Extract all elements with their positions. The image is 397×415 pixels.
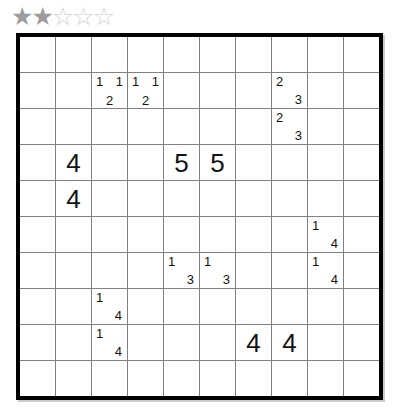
cell-r6c2[interactable]: [92, 253, 127, 288]
clue-number: 3: [295, 93, 302, 106]
star-empty-icon: ☆: [52, 1, 72, 31]
cell-r2c0[interactable]: [20, 109, 55, 144]
tapa-clue-r3c5: 5: [200, 145, 235, 180]
cell-r3c6[interactable]: [236, 145, 271, 180]
cell-r4c5[interactable]: [200, 181, 235, 216]
tapa-clue-r6c5: 13: [200, 253, 235, 288]
cell-r3c3[interactable]: [128, 145, 163, 180]
cell-r9c7[interactable]: [272, 361, 307, 396]
cell-r3c0[interactable]: [20, 145, 55, 180]
cell-r0c8[interactable]: [308, 37, 343, 72]
tapa-clue-r3c4: 5: [164, 145, 199, 180]
cell-r4c4[interactable]: [164, 181, 199, 216]
clue-number: 2: [142, 94, 149, 107]
cell-r1c0[interactable]: [20, 73, 55, 108]
star-filled-icon: ★: [11, 1, 31, 31]
cell-r6c3[interactable]: [128, 253, 163, 288]
cell-r4c3[interactable]: [128, 181, 163, 216]
cell-r7c4[interactable]: [164, 289, 199, 324]
cell-r7c5[interactable]: [200, 289, 235, 324]
tapa-board: 1121122323455414131314141444: [16, 33, 383, 400]
clue-number: 3: [295, 129, 302, 142]
cell-r9c3[interactable]: [128, 361, 163, 396]
cell-r9c6[interactable]: [236, 361, 271, 396]
cell-r5c5[interactable]: [200, 217, 235, 252]
tapa-clue-r5c8: 14: [308, 217, 343, 252]
tapa-clue-r8c7: 4: [272, 325, 307, 360]
clue-number: 5: [164, 145, 199, 180]
clue-number: 4: [56, 181, 91, 216]
clue-number: 1: [116, 75, 123, 88]
cell-r4c2[interactable]: [92, 181, 127, 216]
cell-r3c8[interactable]: [308, 145, 343, 180]
clue-number: 4: [331, 273, 338, 286]
cell-r0c9[interactable]: [344, 37, 379, 72]
cell-r6c9[interactable]: [344, 253, 379, 288]
clue-number: 4: [272, 325, 307, 360]
cell-r7c0[interactable]: [20, 289, 55, 324]
cell-r6c1[interactable]: [56, 253, 91, 288]
cell-r9c8[interactable]: [308, 361, 343, 396]
cell-r0c7[interactable]: [272, 37, 307, 72]
clue-number: 4: [115, 345, 122, 358]
clue-number: 1: [312, 219, 319, 232]
cell-r6c6[interactable]: [236, 253, 271, 288]
tapa-clue-r1c7: 23: [272, 73, 307, 108]
cell-r1c1[interactable]: [56, 73, 91, 108]
cell-r4c7[interactable]: [272, 181, 307, 216]
cell-r7c3[interactable]: [128, 289, 163, 324]
tapa-clue-r8c2: 14: [92, 325, 127, 360]
clue-number: 4: [236, 325, 271, 360]
cell-r8c4[interactable]: [164, 325, 199, 360]
cell-r6c0[interactable]: [20, 253, 55, 288]
cell-r0c4[interactable]: [164, 37, 199, 72]
clue-number: 1: [204, 255, 211, 268]
cell-r2c5[interactable]: [200, 109, 235, 144]
cell-r9c4[interactable]: [164, 361, 199, 396]
clue-number: 1: [132, 75, 139, 88]
clue-number: 1: [96, 75, 103, 88]
tapa-clue-r4c1: 4: [56, 181, 91, 216]
cell-r0c6[interactable]: [236, 37, 271, 72]
tapa-clue-r7c2: 14: [92, 289, 127, 324]
cell-r4c6[interactable]: [236, 181, 271, 216]
cell-r7c9[interactable]: [344, 289, 379, 324]
cell-r3c2[interactable]: [92, 145, 127, 180]
cell-r4c0[interactable]: [20, 181, 55, 216]
cell-r0c3[interactable]: [128, 37, 163, 72]
cell-r1c9[interactable]: [344, 73, 379, 108]
cell-r8c0[interactable]: [20, 325, 55, 360]
clue-number: 1: [152, 75, 159, 88]
cell-r7c1[interactable]: [56, 289, 91, 324]
clue-number: 3: [187, 273, 194, 286]
cell-r8c5[interactable]: [200, 325, 235, 360]
cell-r5c2[interactable]: [92, 217, 127, 252]
cell-r1c4[interactable]: [164, 73, 199, 108]
tapa-clue-r6c4: 13: [164, 253, 199, 288]
cell-r0c2[interactable]: [92, 37, 127, 72]
clue-number: 4: [56, 145, 91, 180]
clue-number: 4: [331, 237, 338, 250]
clue-number: 2: [276, 111, 283, 124]
cell-r5c4[interactable]: [164, 217, 199, 252]
tapa-clue-r1c2: 112: [92, 73, 127, 108]
cell-r2c2[interactable]: [92, 109, 127, 144]
cell-r4c8[interactable]: [308, 181, 343, 216]
cell-r5c9[interactable]: [344, 217, 379, 252]
star-empty-icon: ☆: [72, 1, 92, 31]
cell-r1c6[interactable]: [236, 73, 271, 108]
tapa-puzzle-page: { "game": "Tapa", "difficulty": { "stars…: [0, 0, 397, 415]
clue-number: 1: [168, 255, 175, 268]
tapa-clue-r8c6: 4: [236, 325, 271, 360]
cell-r8c1[interactable]: [56, 325, 91, 360]
cell-r7c6[interactable]: [236, 289, 271, 324]
clue-number: 1: [312, 255, 319, 268]
cell-r9c0[interactable]: [20, 361, 55, 396]
cell-r8c9[interactable]: [344, 325, 379, 360]
cell-r1c5[interactable]: [200, 73, 235, 108]
cell-r7c7[interactable]: [272, 289, 307, 324]
cell-r2c1[interactable]: [56, 109, 91, 144]
cell-r5c7[interactable]: [272, 217, 307, 252]
cell-r2c6[interactable]: [236, 109, 271, 144]
cell-r3c9[interactable]: [344, 145, 379, 180]
tapa-clue-r6c8: 14: [308, 253, 343, 288]
clue-number: 1: [96, 291, 103, 304]
clue-number: 2: [276, 75, 283, 88]
cell-r2c8[interactable]: [308, 109, 343, 144]
cell-r5c3[interactable]: [128, 217, 163, 252]
cell-r5c1[interactable]: [56, 217, 91, 252]
clue-number: 5: [200, 145, 235, 180]
cell-r9c2[interactable]: [92, 361, 127, 396]
cell-r8c8[interactable]: [308, 325, 343, 360]
cell-r2c9[interactable]: [344, 109, 379, 144]
cell-r0c1[interactable]: [56, 37, 91, 72]
cell-r9c1[interactable]: [56, 361, 91, 396]
star-filled-icon: ★: [31, 1, 51, 31]
cell-r8c3[interactable]: [128, 325, 163, 360]
difficulty-rating: ★★☆☆☆: [11, 1, 113, 31]
tapa-clue-r2c7: 23: [272, 109, 307, 144]
cell-r2c3[interactable]: [128, 109, 163, 144]
tapa-clue-r3c1: 4: [56, 145, 91, 180]
star-empty-icon: ☆: [93, 1, 113, 31]
cell-r5c0[interactable]: [20, 217, 55, 252]
clue-number: 4: [115, 309, 122, 322]
tapa-clue-r1c3: 112: [128, 73, 163, 108]
clue-number: 3: [223, 273, 230, 286]
cell-r9c5[interactable]: [200, 361, 235, 396]
cell-r0c0[interactable]: [20, 37, 55, 72]
clue-number: 2: [106, 94, 113, 107]
cell-r7c8[interactable]: [308, 289, 343, 324]
cell-r2c4[interactable]: [164, 109, 199, 144]
cell-r6c7[interactable]: [272, 253, 307, 288]
clue-number: 1: [96, 327, 103, 340]
cell-r9c9[interactable]: [344, 361, 379, 396]
cell-r5c6[interactable]: [236, 217, 271, 252]
cell-r0c5[interactable]: [200, 37, 235, 72]
cell-r4c9[interactable]: [344, 181, 379, 216]
cell-r3c7[interactable]: [272, 145, 307, 180]
cell-r1c8[interactable]: [308, 73, 343, 108]
